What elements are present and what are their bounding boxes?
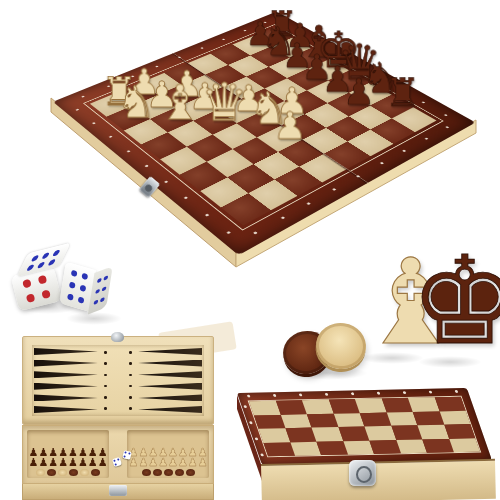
die-pip: [52, 249, 61, 256]
die-pip: [78, 296, 85, 304]
backgammon-point: [138, 406, 202, 413]
die-pip: [67, 293, 74, 301]
frame-dot-icon: [243, 405, 247, 408]
backgammon-point: [138, 383, 202, 390]
frame-dot-icon: [325, 393, 329, 396]
die-pips-six: [25, 248, 62, 272]
frame-dot-icon: [260, 453, 264, 456]
mini-piece: ♟: [48, 458, 58, 468]
mini-checker: [47, 469, 56, 476]
die-2: [59, 264, 112, 313]
dark-pieces-compartment: ♟♟♟♟♟♟♟♟♟♟♟♟♟♟♟♟: [27, 430, 109, 478]
light-pieces-compartment: ♟♟♟♟♟♟♟♟♟♟♟♟♟♟♟♟: [127, 430, 209, 478]
backgammon-point: [138, 348, 202, 355]
frame-dot-icon: [247, 395, 251, 398]
box-lid-backgammon: [22, 336, 214, 425]
mini-checker: [142, 469, 151, 476]
mini-piece: ♟: [148, 458, 158, 468]
closed-board-top: [237, 388, 492, 465]
mini-checker: [186, 469, 195, 476]
die-pip: [114, 463, 117, 466]
mini-piece: ♟: [98, 458, 108, 468]
die-pip: [124, 451, 126, 453]
frame-dot-icon: [454, 390, 458, 393]
backgammon-left-points: [34, 348, 98, 413]
hinge-dot-column: [104, 351, 107, 410]
die-pip: [117, 458, 120, 461]
die-pip: [103, 275, 108, 281]
mini-piece: ♟: [168, 458, 178, 468]
backgammon-point: [34, 348, 98, 355]
frame-dot-icon: [402, 391, 406, 394]
frame-dot-icon: [255, 437, 259, 440]
die-pip: [113, 459, 116, 462]
frame-dot-icon: [351, 392, 355, 395]
mini-piece: ♟: [78, 458, 88, 468]
die-pip: [99, 297, 104, 303]
backgammon-point: [138, 360, 202, 367]
frame-dot-icon: [299, 393, 303, 396]
mini-piece-row: ♟♟♟♟♟♟♟♟: [129, 458, 208, 468]
die-pip: [101, 286, 106, 292]
backgammon-point: [34, 371, 98, 378]
mini-checker: [164, 469, 173, 476]
open-storage-box: ♟♟♟♟♟♟♟♟♟♟♟♟♟♟♟♟ ♟♟♟♟♟♟♟♟♟♟♟♟♟♟♟♟: [22, 336, 212, 497]
die-pip: [93, 300, 98, 306]
die-pip: [71, 270, 78, 278]
closed-board-square: [434, 397, 465, 411]
die-pip: [41, 289, 51, 299]
mini-checker: [69, 469, 78, 476]
closed-board-square: [439, 410, 470, 424]
hinge-dot: [129, 362, 132, 365]
hinge-dot: [104, 396, 107, 399]
backgammon-right-points: [138, 348, 202, 413]
box-front-face: [22, 484, 214, 500]
hinge-dot: [129, 351, 132, 354]
frame-dot-icon: [249, 421, 253, 424]
die-pip: [31, 254, 40, 261]
die-pip: [95, 289, 100, 295]
backgammon-point: [34, 394, 98, 401]
backgammon-point: [138, 371, 202, 378]
lid-knob-icon: [111, 332, 124, 342]
mini-piece: ♟: [188, 458, 198, 468]
die-pips-six: [92, 272, 109, 308]
hinge-dot: [129, 374, 132, 377]
backgammon-point: [34, 383, 98, 390]
die-pip: [123, 455, 125, 457]
die-pips-six: [65, 267, 91, 306]
mini-piece: ♟: [158, 458, 168, 468]
mini-piece: ♟: [38, 458, 48, 468]
backgammon-point: [34, 406, 98, 413]
mini-piece-row: ♟♟♟♟♟♟♟♟: [29, 458, 108, 468]
hinge-dot-column: [129, 351, 132, 410]
die-pip: [37, 261, 46, 268]
mini-checker: [36, 469, 45, 476]
mini-checker-row: [36, 469, 100, 476]
mini-piece: ♟: [58, 458, 68, 468]
die-pip: [69, 281, 76, 289]
hinge-dot: [104, 385, 107, 388]
mini-piece: ♟: [29, 458, 39, 468]
mini-piece: ♟: [178, 458, 188, 468]
mini-checker: [175, 469, 184, 476]
hinge-dot: [129, 385, 132, 388]
hinge-dot: [104, 351, 107, 354]
frame-dot-icon: [428, 391, 432, 394]
die-pip: [22, 278, 32, 288]
mini-piece: ♟: [138, 458, 148, 468]
mini-piece: ♟: [88, 458, 98, 468]
mini-checker: [91, 469, 100, 476]
closed-board-front: [261, 459, 496, 500]
detail-dark-king: ♚: [410, 240, 500, 362]
backgammon-point: [138, 394, 202, 401]
die-pip: [47, 258, 56, 265]
mini-checker-row: [142, 469, 195, 476]
hinge-dot: [104, 374, 107, 377]
closed-board-clasp-icon: [349, 460, 376, 486]
die-pip: [37, 274, 47, 284]
die-pip: [96, 278, 101, 284]
backgammon-point: [34, 360, 98, 367]
die-pip: [82, 273, 89, 281]
die-pip: [80, 285, 87, 293]
hinge-dot: [104, 407, 107, 410]
die-pip: [27, 263, 36, 270]
mini-piece: ♟: [198, 458, 208, 468]
mini-checker: [58, 469, 67, 476]
hinge-dot: [129, 407, 132, 410]
storage-tray: ♟♟♟♟♟♟♟♟♟♟♟♟♟♟♟♟ ♟♟♟♟♟♟♟♟♟♟♟♟♟♟♟♟: [22, 425, 214, 484]
mini-die: [112, 457, 122, 467]
product-photo-canvas: { "product": { "description": "3-in-1 fo…: [0, 0, 500, 500]
closed-board-square: [449, 438, 480, 452]
closed-board-square: [444, 424, 475, 438]
mini-checker: [153, 469, 162, 476]
hinge-dot: [129, 396, 132, 399]
mini-die: [122, 450, 132, 460]
backgammon-board: [32, 345, 204, 416]
die-pip: [128, 452, 130, 454]
mini-dice: [111, 450, 133, 470]
die-pip: [26, 293, 36, 303]
mini-piece: ♟: [68, 458, 78, 468]
die-pip: [42, 251, 51, 258]
frame-dot-icon: [273, 394, 277, 397]
die-pips-four: [18, 271, 54, 305]
box-clasp-icon: [109, 485, 127, 496]
hinge-dot: [104, 362, 107, 365]
closed-board-grid: [248, 396, 482, 458]
frame-dot-icon: [377, 392, 381, 395]
mini-checker: [80, 469, 89, 476]
